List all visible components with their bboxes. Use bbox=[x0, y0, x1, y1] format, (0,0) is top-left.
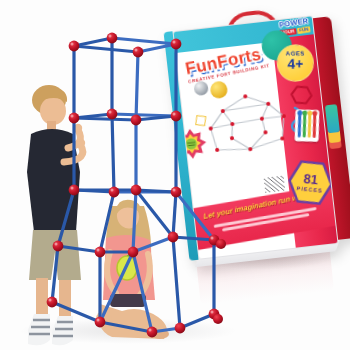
fort-rods bbox=[52, 38, 214, 332]
fort-structure bbox=[0, 0, 350, 350]
product-photo-scene: Let your imagination run wild POWER YOUR… bbox=[0, 0, 350, 350]
